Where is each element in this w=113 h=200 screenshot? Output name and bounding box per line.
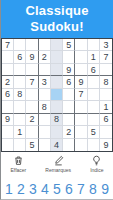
- sudoku-cell-r4c3[interactable]: 7: [26, 76, 38, 88]
- sudoku-cell-r9c4[interactable]: [39, 139, 51, 151]
- sudoku-cell-r4c9[interactable]: 8: [100, 76, 112, 88]
- sudoku-cell-r8c7[interactable]: [75, 126, 87, 138]
- sudoku-cell-r3c3[interactable]: [26, 64, 38, 76]
- sudoku-cell-r3c2[interactable]: [14, 64, 26, 76]
- sudoku-cell-r4c2[interactable]: [14, 76, 26, 88]
- sudoku-cell-r3c8[interactable]: 6: [88, 64, 100, 76]
- notes-label: Remarques: [45, 167, 71, 173]
- sudoku-cell-r1c2[interactable]: [14, 39, 26, 51]
- sudoku-cell-r7c4[interactable]: [39, 114, 51, 126]
- sudoku-cell-r9c3[interactable]: 5: [26, 139, 38, 151]
- sudoku-cell-r1c5[interactable]: [51, 39, 63, 51]
- app-title-line2: Sudoku!: [30, 19, 83, 35]
- sudoku-cell-r7c7[interactable]: [75, 114, 87, 126]
- sudoku-cell-r9c2[interactable]: [14, 139, 26, 151]
- sudoku-cell-r2c8[interactable]: 1: [88, 51, 100, 63]
- sudoku-cell-r9c8[interactable]: [88, 139, 100, 151]
- numpad-digit-8[interactable]: 8: [89, 182, 97, 196]
- sudoku-cell-r7c9[interactable]: 6: [100, 114, 112, 126]
- number-pad: 1 2 3 4 5 6 7 8 9: [1, 178, 113, 200]
- sudoku-cell-r2c5[interactable]: [51, 51, 63, 63]
- lightbulb-icon: [91, 155, 102, 166]
- sudoku-cell-r8c3[interactable]: [26, 126, 38, 138]
- sudoku-cell-r8c4[interactable]: [39, 126, 51, 138]
- sudoku-cell-r2c7[interactable]: [75, 51, 87, 63]
- erase-label: Effacer: [11, 167, 27, 173]
- sudoku-cell-r5c4[interactable]: [39, 89, 51, 101]
- sudoku-cell-r1c4[interactable]: [39, 39, 51, 51]
- sudoku-cell-r6c2[interactable]: [14, 101, 26, 113]
- sudoku-cell-r7c2[interactable]: [14, 114, 26, 126]
- sudoku-cell-r6c8[interactable]: [88, 101, 100, 113]
- sudoku-cell-r5c1[interactable]: 6: [2, 89, 14, 101]
- pencil-icon: [53, 155, 64, 166]
- sudoku-cell-r2c4[interactable]: 2: [39, 51, 51, 63]
- sudoku-cell-r1c7[interactable]: [75, 39, 87, 51]
- sudoku-cell-r1c9[interactable]: 3: [100, 39, 112, 51]
- sudoku-cell-r3c6[interactable]: 9: [63, 64, 75, 76]
- sudoku-cell-r8c5[interactable]: [51, 126, 63, 138]
- sudoku-cell-r5c8[interactable]: [88, 89, 100, 101]
- sudoku-cell-r4c6[interactable]: 6: [63, 76, 75, 88]
- sudoku-cell-r8c2[interactable]: 1: [14, 126, 26, 138]
- numpad-digit-2[interactable]: 2: [17, 182, 25, 196]
- erase-button[interactable]: Effacer: [11, 155, 27, 173]
- sudoku-cell-r7c6[interactable]: [63, 114, 75, 126]
- numpad-digit-7[interactable]: 7: [77, 182, 85, 196]
- sudoku-cell-r5c2[interactable]: 8: [14, 89, 26, 101]
- notes-button[interactable]: Remarques: [45, 155, 71, 173]
- sudoku-cell-r2c1[interactable]: [2, 51, 14, 63]
- sudoku-cell-r3c4[interactable]: [39, 64, 51, 76]
- numpad-digit-6[interactable]: 6: [65, 182, 73, 196]
- sudoku-cell-r4c7[interactable]: 9: [75, 76, 87, 88]
- sudoku-cell-r1c3[interactable]: [26, 39, 38, 51]
- sudoku-cell-r4c5[interactable]: [51, 76, 63, 88]
- sudoku-cell-r4c8[interactable]: [88, 76, 100, 88]
- sudoku-cell-r5c3[interactable]: [26, 89, 38, 101]
- sudoku-cell-r2c3[interactable]: 9: [26, 51, 38, 63]
- sudoku-cell-r3c5[interactable]: [51, 64, 63, 76]
- sudoku-cell-r4c1[interactable]: 2: [2, 76, 14, 88]
- numpad-digit-1[interactable]: 1: [5, 182, 13, 196]
- sudoku-cell-r6c5[interactable]: [51, 101, 63, 113]
- sudoku-cell-r9c1[interactable]: [2, 139, 14, 151]
- toolbar: Effacer Remarques Indice: [1, 152, 113, 178]
- sudoku-cell-r5c9[interactable]: [100, 89, 112, 101]
- sudoku-cell-r2c2[interactable]: 6: [14, 51, 26, 63]
- sudoku-app-screen: { "game": "sudoku", "position": "7....5.…: [0, 0, 113, 200]
- sudoku-cell-r1c1[interactable]: 7: [2, 39, 14, 51]
- sudoku-board: 7536921796273698687819286125549: [1, 38, 113, 152]
- sudoku-cell-r2c6[interactable]: [63, 51, 75, 63]
- sudoku-cell-r7c5[interactable]: 8: [51, 114, 63, 126]
- numpad-digit-4[interactable]: 4: [41, 182, 49, 196]
- app-title-banner: Classique Sudoku!: [1, 0, 113, 38]
- sudoku-cell-r8c8[interactable]: 5: [88, 126, 100, 138]
- hint-label: Indice: [90, 167, 103, 173]
- sudoku-cell-r8c6[interactable]: 2: [63, 126, 75, 138]
- sudoku-cell-r9c5[interactable]: 4: [51, 139, 63, 151]
- sudoku-cell-r6c7[interactable]: [75, 101, 87, 113]
- sudoku-cell-r6c3[interactable]: [26, 101, 38, 113]
- numpad-digit-5[interactable]: 5: [53, 182, 61, 196]
- sudoku-cell-r5c7[interactable]: 7: [75, 89, 87, 101]
- sudoku-cell-r9c9[interactable]: 9: [100, 139, 112, 151]
- app-title-line1: Classique: [25, 3, 88, 19]
- sudoku-cell-r9c6[interactable]: [63, 139, 75, 151]
- sudoku-cell-r6c9[interactable]: 1: [100, 101, 112, 113]
- sudoku-cell-r3c1[interactable]: [2, 64, 14, 76]
- trash-icon: [13, 155, 24, 166]
- sudoku-cell-r8c1[interactable]: [2, 126, 14, 138]
- sudoku-cell-r7c3[interactable]: 2: [26, 114, 38, 126]
- sudoku-cell-r3c9[interactable]: [100, 64, 112, 76]
- hint-button[interactable]: Indice: [90, 155, 103, 173]
- sudoku-cell-r2c9[interactable]: 7: [100, 51, 112, 63]
- numpad-digit-9[interactable]: 9: [101, 182, 109, 196]
- sudoku-cell-r5c6[interactable]: [63, 89, 75, 101]
- sudoku-cell-r6c4[interactable]: 8: [39, 101, 51, 113]
- sudoku-cell-r1c6[interactable]: 5: [63, 39, 75, 51]
- numpad-digit-3[interactable]: 3: [29, 182, 37, 196]
- sudoku-cell-r8c9[interactable]: [100, 126, 112, 138]
- sudoku-cell-r9c7[interactable]: [75, 139, 87, 151]
- sudoku-cell-r6c6[interactable]: [63, 101, 75, 113]
- sudoku-cell-r7c1[interactable]: 9: [2, 114, 14, 126]
- sudoku-cell-r6c1[interactable]: [2, 101, 14, 113]
- sudoku-cell-r7c8[interactable]: [88, 114, 100, 126]
- sudoku-cell-r3c7[interactable]: [75, 64, 87, 76]
- sudoku-cell-r5c5[interactable]: [51, 89, 63, 101]
- sudoku-cell-r4c4[interactable]: 3: [39, 76, 51, 88]
- sudoku-cell-r1c8[interactable]: [88, 39, 100, 51]
